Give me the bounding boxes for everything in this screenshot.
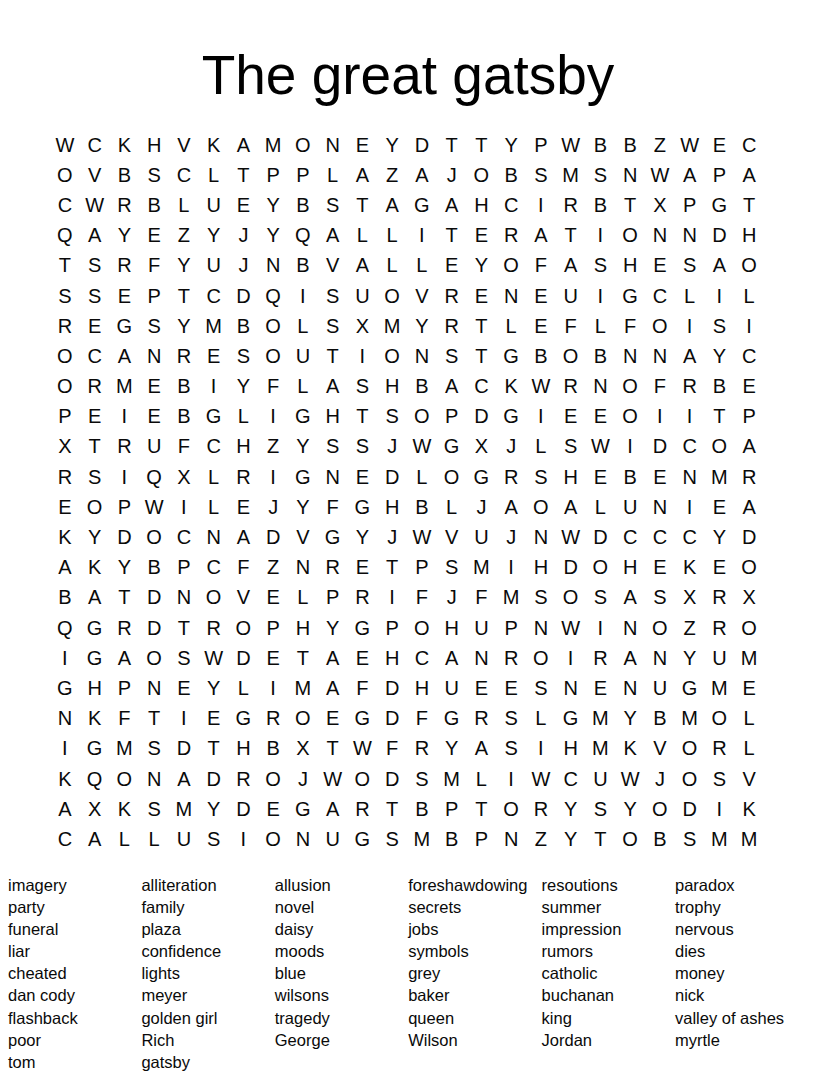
grid-cell[interactable]: B — [288, 251, 318, 281]
word-list-item[interactable]: myrtle — [675, 1029, 808, 1051]
grid-cell[interactable]: W — [199, 643, 229, 673]
grid-cell[interactable]: A — [80, 824, 110, 854]
grid-cell[interactable]: C — [199, 281, 229, 311]
grid-cell[interactable]: T — [318, 734, 348, 764]
grid-cell[interactable]: O — [229, 613, 259, 643]
grid-cell[interactable]: O — [675, 734, 705, 764]
grid-cell[interactable]: E — [526, 281, 556, 311]
grid-cell[interactable]: W — [80, 190, 110, 220]
grid-cell[interactable]: U — [645, 673, 675, 703]
grid-cell[interactable]: A — [734, 492, 764, 522]
grid-cell[interactable]: Y — [377, 130, 407, 160]
grid-cell[interactable]: R — [229, 764, 259, 794]
grid-cell[interactable]: O — [615, 824, 645, 854]
word-list-item[interactable]: allusion — [275, 874, 408, 896]
grid-cell[interactable]: E — [705, 492, 735, 522]
grid-cell[interactable]: E — [50, 492, 80, 522]
grid-cell[interactable]: C — [199, 432, 229, 462]
grid-cell[interactable]: E — [467, 281, 497, 311]
grid-cell[interactable]: W — [615, 764, 645, 794]
grid-cell[interactable]: S — [586, 160, 616, 190]
grid-cell[interactable]: T — [318, 341, 348, 371]
grid-cell[interactable]: Q — [50, 221, 80, 251]
grid-cell[interactable]: O — [199, 583, 229, 613]
grid-cell[interactable]: D — [645, 432, 675, 462]
grid-cell[interactable]: V — [318, 251, 348, 281]
grid-cell[interactable]: N — [526, 613, 556, 643]
grid-cell[interactable]: O — [80, 492, 110, 522]
word-list-item[interactable]: imagery — [8, 874, 141, 896]
grid-cell[interactable]: D — [675, 794, 705, 824]
grid-cell[interactable]: I — [229, 824, 259, 854]
grid-cell[interactable]: N — [615, 160, 645, 190]
grid-cell[interactable]: P — [318, 583, 348, 613]
grid-cell[interactable]: Y — [705, 522, 735, 552]
grid-cell[interactable]: C — [645, 522, 675, 552]
grid-cell[interactable]: U — [467, 613, 497, 643]
grid-cell[interactable]: D — [199, 764, 229, 794]
grid-cell[interactable]: R — [467, 704, 497, 734]
grid-cell[interactable]: D — [229, 794, 259, 824]
grid-cell[interactable]: S — [318, 281, 348, 311]
grid-cell[interactable]: O — [258, 824, 288, 854]
grid-cell[interactable]: J — [496, 522, 526, 552]
word-list-item[interactable]: tom — [8, 1051, 141, 1073]
word-list-item[interactable]: daisy — [275, 918, 408, 940]
grid-cell[interactable]: R — [50, 462, 80, 492]
grid-cell[interactable]: T — [348, 402, 378, 432]
grid-cell[interactable]: E — [734, 673, 764, 703]
grid-cell[interactable]: E — [586, 402, 616, 432]
grid-cell[interactable]: O — [407, 613, 437, 643]
grid-cell[interactable]: Y — [556, 824, 586, 854]
grid-cell[interactable]: W — [407, 432, 437, 462]
grid-cell[interactable]: X — [348, 311, 378, 341]
grid-cell[interactable]: A — [318, 643, 348, 673]
grid-cell[interactable]: N — [50, 704, 80, 734]
grid-cell[interactable]: H — [288, 613, 318, 643]
grid-cell[interactable]: N — [615, 341, 645, 371]
grid-cell[interactable]: O — [288, 704, 318, 734]
grid-cell[interactable]: I — [258, 673, 288, 703]
grid-cell[interactable]: S — [139, 734, 169, 764]
grid-cell[interactable]: M — [258, 130, 288, 160]
grid-cell[interactable]: E — [139, 372, 169, 402]
grid-cell[interactable]: G — [437, 704, 467, 734]
grid-cell[interactable]: F — [526, 251, 556, 281]
word-list-item[interactable]: Wilson — [408, 1029, 541, 1051]
grid-cell[interactable]: I — [734, 311, 764, 341]
grid-cell[interactable]: U — [348, 281, 378, 311]
grid-cell[interactable]: C — [169, 522, 199, 552]
grid-cell[interactable]: M — [705, 824, 735, 854]
grid-cell[interactable]: J — [229, 251, 259, 281]
word-list-item[interactable]: grey — [408, 962, 541, 984]
grid-cell[interactable]: A — [80, 221, 110, 251]
grid-cell[interactable]: O — [615, 372, 645, 402]
grid-cell[interactable]: Y — [348, 522, 378, 552]
grid-cell[interactable]: Y — [675, 643, 705, 673]
grid-cell[interactable]: K — [50, 764, 80, 794]
grid-cell[interactable]: S — [348, 432, 378, 462]
grid-cell[interactable]: C — [467, 372, 497, 402]
grid-cell[interactable]: B — [586, 130, 616, 160]
grid-cell[interactable]: L — [169, 190, 199, 220]
grid-cell[interactable]: B — [645, 824, 675, 854]
grid-cell[interactable]: I — [50, 734, 80, 764]
grid-cell[interactable]: M — [437, 764, 467, 794]
grid-cell[interactable]: J — [258, 492, 288, 522]
grid-cell[interactable]: L — [586, 492, 616, 522]
grid-cell[interactable]: X — [467, 432, 497, 462]
grid-cell[interactable]: O — [496, 251, 526, 281]
grid-cell[interactable]: P — [437, 794, 467, 824]
grid-cell[interactable]: L — [199, 160, 229, 190]
grid-cell[interactable]: R — [705, 734, 735, 764]
grid-cell[interactable]: F — [377, 734, 407, 764]
grid-cell[interactable]: R — [348, 583, 378, 613]
word-list-item[interactable]: lights — [141, 962, 274, 984]
grid-cell[interactable]: M — [407, 824, 437, 854]
grid-cell[interactable]: N — [645, 341, 675, 371]
grid-cell[interactable]: P — [258, 613, 288, 643]
grid-cell[interactable]: N — [675, 221, 705, 251]
grid-cell[interactable]: O — [50, 160, 80, 190]
word-list-item[interactable]: nick — [675, 984, 808, 1006]
grid-cell[interactable]: Y — [258, 221, 288, 251]
grid-cell[interactable]: U — [556, 281, 586, 311]
grid-cell[interactable]: I — [586, 281, 616, 311]
grid-cell[interactable]: D — [110, 522, 140, 552]
grid-cell[interactable]: T — [734, 190, 764, 220]
grid-cell[interactable]: I — [496, 764, 526, 794]
grid-cell[interactable]: P — [139, 281, 169, 311]
grid-cell[interactable]: C — [80, 130, 110, 160]
grid-cell[interactable]: R — [437, 311, 467, 341]
grid-cell[interactable]: T — [705, 402, 735, 432]
word-list-item[interactable]: trophy — [675, 896, 808, 918]
word-list-item[interactable]: George — [275, 1029, 408, 1051]
grid-cell[interactable]: H — [377, 372, 407, 402]
grid-cell[interactable]: U — [437, 673, 467, 703]
grid-cell[interactable]: O — [645, 794, 675, 824]
grid-cell[interactable]: Y — [288, 432, 318, 462]
grid-cell[interactable]: Y — [615, 794, 645, 824]
grid-cell[interactable]: J — [437, 583, 467, 613]
grid-cell[interactable]: J — [288, 764, 318, 794]
word-list-item[interactable]: family — [141, 896, 274, 918]
grid-cell[interactable]: O — [675, 764, 705, 794]
grid-cell[interactable]: J — [496, 432, 526, 462]
grid-cell[interactable]: U — [586, 764, 616, 794]
grid-cell[interactable]: B — [169, 372, 199, 402]
grid-cell[interactable]: P — [526, 130, 556, 160]
grid-cell[interactable]: L — [407, 462, 437, 492]
grid-cell[interactable]: O — [110, 764, 140, 794]
grid-cell[interactable]: O — [526, 643, 556, 673]
grid-cell[interactable]: P — [467, 824, 497, 854]
grid-cell[interactable]: L — [377, 221, 407, 251]
grid-cell[interactable]: R — [50, 311, 80, 341]
grid-cell[interactable]: C — [50, 190, 80, 220]
grid-cell[interactable]: M — [705, 673, 735, 703]
grid-cell[interactable]: I — [496, 553, 526, 583]
grid-cell[interactable]: J — [645, 764, 675, 794]
grid-cell[interactable]: S — [496, 704, 526, 734]
grid-cell[interactable]: F — [467, 583, 497, 613]
grid-cell[interactable]: B — [407, 492, 437, 522]
grid-cell[interactable]: L — [526, 432, 556, 462]
grid-cell[interactable]: N — [318, 130, 348, 160]
grid-cell[interactable]: X — [734, 583, 764, 613]
grid-cell[interactable]: O — [734, 613, 764, 643]
grid-cell[interactable]: U — [139, 432, 169, 462]
grid-cell[interactable]: T — [199, 734, 229, 764]
word-list-item[interactable]: resoutions — [542, 874, 675, 896]
grid-cell[interactable]: S — [437, 553, 467, 583]
grid-cell[interactable]: E — [110, 281, 140, 311]
grid-cell[interactable]: Q — [258, 281, 288, 311]
grid-cell[interactable]: N — [675, 462, 705, 492]
grid-cell[interactable]: A — [615, 643, 645, 673]
grid-cell[interactable]: K — [615, 734, 645, 764]
grid-cell[interactable]: G — [80, 613, 110, 643]
grid-cell[interactable]: N — [496, 281, 526, 311]
grid-cell[interactable]: V — [734, 764, 764, 794]
grid-cell[interactable]: I — [675, 311, 705, 341]
grid-cell[interactable]: K — [80, 553, 110, 583]
grid-cell[interactable]: O — [50, 341, 80, 371]
grid-cell[interactable]: U — [288, 341, 318, 371]
grid-cell[interactable]: H — [526, 553, 556, 583]
grid-cell[interactable]: E — [258, 583, 288, 613]
grid-cell[interactable]: J — [467, 492, 497, 522]
word-list-item[interactable]: flashback — [8, 1007, 141, 1029]
grid-cell[interactable]: O — [258, 764, 288, 794]
grid-cell[interactable]: P — [110, 492, 140, 522]
grid-cell[interactable]: L — [229, 402, 259, 432]
grid-cell[interactable]: L — [288, 372, 318, 402]
grid-cell[interactable]: D — [734, 522, 764, 552]
word-list-item[interactable]: funeral — [8, 918, 141, 940]
grid-cell[interactable]: D — [377, 673, 407, 703]
grid-cell[interactable]: G — [348, 613, 378, 643]
grid-cell[interactable]: N — [318, 462, 348, 492]
grid-cell[interactable]: I — [526, 190, 556, 220]
grid-cell[interactable]: K — [110, 130, 140, 160]
grid-cell[interactable]: N — [467, 643, 497, 673]
grid-cell[interactable]: Z — [526, 824, 556, 854]
word-list-item[interactable]: wilsons — [275, 984, 408, 1006]
grid-cell[interactable]: O — [645, 311, 675, 341]
grid-cell[interactable]: W — [675, 130, 705, 160]
grid-cell[interactable]: Q — [139, 462, 169, 492]
grid-cell[interactable]: L — [734, 704, 764, 734]
grid-cell[interactable]: E — [139, 402, 169, 432]
grid-cell[interactable]: X — [50, 432, 80, 462]
grid-cell[interactable]: I — [169, 492, 199, 522]
grid-cell[interactable]: A — [526, 221, 556, 251]
grid-cell[interactable]: F — [110, 704, 140, 734]
grid-cell[interactable]: S — [318, 432, 348, 462]
grid-cell[interactable]: O — [258, 341, 288, 371]
grid-cell[interactable]: G — [80, 643, 110, 673]
grid-cell[interactable]: K — [199, 130, 229, 160]
grid-cell[interactable]: C — [615, 522, 645, 552]
word-list-item[interactable]: summer — [542, 896, 675, 918]
grid-cell[interactable]: I — [705, 794, 735, 824]
grid-cell[interactable]: X — [80, 794, 110, 824]
grid-cell[interactable]: S — [526, 160, 556, 190]
word-list-item[interactable]: meyer — [141, 984, 274, 1006]
grid-cell[interactable]: W — [556, 613, 586, 643]
grid-cell[interactable]: Y — [199, 673, 229, 703]
grid-cell[interactable]: T — [50, 251, 80, 281]
grid-cell[interactable]: M — [734, 643, 764, 673]
grid-cell[interactable]: H — [229, 432, 259, 462]
grid-cell[interactable]: N — [169, 583, 199, 613]
grid-cell[interactable]: E — [586, 462, 616, 492]
grid-cell[interactable]: L — [496, 311, 526, 341]
grid-cell[interactable]: A — [734, 160, 764, 190]
grid-cell[interactable]: L — [348, 221, 378, 251]
grid-cell[interactable]: E — [258, 794, 288, 824]
grid-cell[interactable]: O — [586, 553, 616, 583]
grid-cell[interactable]: T — [437, 130, 467, 160]
grid-cell[interactable]: R — [496, 462, 526, 492]
word-list-item[interactable]: dies — [675, 940, 808, 962]
grid-cell[interactable]: A — [467, 734, 497, 764]
grid-cell[interactable]: B — [169, 402, 199, 432]
grid-cell[interactable]: V — [288, 522, 318, 552]
grid-cell[interactable]: N — [615, 613, 645, 643]
grid-cell[interactable]: M — [110, 372, 140, 402]
grid-cell[interactable]: G — [467, 462, 497, 492]
grid-cell[interactable]: Y — [407, 311, 437, 341]
grid-cell[interactable]: S — [526, 673, 556, 703]
grid-cell[interactable]: T — [229, 160, 259, 190]
grid-cell[interactable]: I — [586, 613, 616, 643]
grid-cell[interactable]: A — [705, 251, 735, 281]
grid-cell[interactable]: M — [288, 673, 318, 703]
grid-cell[interactable]: O — [348, 764, 378, 794]
grid-cell[interactable]: O — [734, 251, 764, 281]
grid-cell[interactable]: B — [407, 794, 437, 824]
grid-cell[interactable]: V — [229, 583, 259, 613]
grid-cell[interactable]: A — [407, 160, 437, 190]
grid-cell[interactable]: M — [734, 824, 764, 854]
word-list-item[interactable]: Jordan — [542, 1029, 675, 1051]
grid-cell[interactable]: F — [556, 311, 586, 341]
grid-cell[interactable]: I — [110, 402, 140, 432]
word-list-item[interactable]: baker — [408, 984, 541, 1006]
grid-cell[interactable]: C — [556, 764, 586, 794]
grid-cell[interactable]: C — [734, 130, 764, 160]
grid-cell[interactable]: Y — [199, 794, 229, 824]
grid-cell[interactable]: G — [110, 311, 140, 341]
grid-cell[interactable]: S — [645, 583, 675, 613]
grid-cell[interactable]: R — [734, 462, 764, 492]
grid-cell[interactable]: O — [139, 643, 169, 673]
grid-cell[interactable]: F — [258, 372, 288, 402]
grid-cell[interactable]: C — [734, 341, 764, 371]
grid-cell[interactable]: I — [586, 221, 616, 251]
grid-cell[interactable]: W — [526, 372, 556, 402]
grid-cell[interactable]: A — [50, 794, 80, 824]
word-list-item[interactable]: symbols — [408, 940, 541, 962]
grid-cell[interactable]: S — [586, 794, 616, 824]
grid-cell[interactable]: W — [50, 130, 80, 160]
grid-cell[interactable]: F — [169, 432, 199, 462]
grid-cell[interactable]: L — [318, 160, 348, 190]
grid-cell[interactable]: Y — [288, 492, 318, 522]
grid-cell[interactable]: Z — [169, 221, 199, 251]
grid-cell[interactable]: B — [586, 190, 616, 220]
grid-cell[interactable]: J — [377, 432, 407, 462]
grid-cell[interactable]: O — [645, 613, 675, 643]
grid-cell[interactable]: G — [199, 402, 229, 432]
grid-cell[interactable]: N — [139, 341, 169, 371]
grid-cell[interactable]: E — [258, 643, 288, 673]
grid-cell[interactable]: D — [139, 613, 169, 643]
grid-cell[interactable]: A — [348, 160, 378, 190]
grid-cell[interactable]: H — [556, 734, 586, 764]
grid-cell[interactable]: H — [615, 251, 645, 281]
grid-cell[interactable]: E — [199, 704, 229, 734]
grid-cell[interactable]: R — [318, 553, 348, 583]
grid-cell[interactable]: U — [199, 190, 229, 220]
word-list-item[interactable]: moods — [275, 940, 408, 962]
grid-cell[interactable]: B — [139, 190, 169, 220]
grid-cell[interactable]: E — [348, 643, 378, 673]
grid-cell[interactable]: N — [556, 673, 586, 703]
grid-cell[interactable]: G — [437, 432, 467, 462]
word-list-item[interactable]: king — [542, 1007, 675, 1029]
word-list-item[interactable]: alliteration — [141, 874, 274, 896]
grid-cell[interactable]: B — [229, 311, 259, 341]
grid-cell[interactable]: O — [615, 221, 645, 251]
grid-cell[interactable]: R — [437, 281, 467, 311]
grid-cell[interactable]: R — [110, 613, 140, 643]
grid-cell[interactable]: E — [437, 251, 467, 281]
grid-cell[interactable]: C — [407, 643, 437, 673]
grid-cell[interactable]: Z — [675, 613, 705, 643]
grid-cell[interactable]: P — [258, 160, 288, 190]
grid-cell[interactable]: H — [139, 130, 169, 160]
grid-cell[interactable]: S — [139, 794, 169, 824]
grid-cell[interactable]: E — [526, 311, 556, 341]
grid-cell[interactable]: S — [675, 824, 705, 854]
grid-cell[interactable]: Q — [288, 221, 318, 251]
grid-cell[interactable]: L — [586, 311, 616, 341]
grid-cell[interactable]: B — [139, 553, 169, 583]
grid-cell[interactable]: N — [258, 251, 288, 281]
grid-cell[interactable]: H — [615, 553, 645, 583]
grid-cell[interactable]: E — [348, 462, 378, 492]
grid-cell[interactable]: N — [288, 553, 318, 583]
grid-cell[interactable]: S — [169, 643, 199, 673]
grid-cell[interactable]: K — [110, 794, 140, 824]
grid-cell[interactable]: E — [705, 553, 735, 583]
grid-cell[interactable]: L — [288, 311, 318, 341]
grid-cell[interactable]: T — [348, 190, 378, 220]
grid-cell[interactable]: M — [586, 734, 616, 764]
grid-cell[interactable]: M — [496, 583, 526, 613]
grid-cell[interactable]: S — [377, 824, 407, 854]
grid-cell[interactable]: P — [705, 160, 735, 190]
grid-cell[interactable]: J — [229, 221, 259, 251]
grid-cell[interactable]: T — [467, 130, 497, 160]
